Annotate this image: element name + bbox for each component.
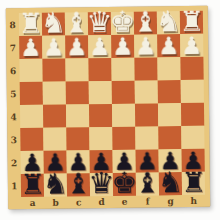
rank-label-3: 3 xyxy=(7,128,20,151)
square-c3[interactable] xyxy=(66,127,89,150)
square-c2[interactable]: ♟ xyxy=(67,150,90,173)
square-b6[interactable] xyxy=(42,59,65,82)
piece-white-bishop-f8: ♝ xyxy=(133,8,158,36)
square-d8[interactable]: ♛ xyxy=(88,12,111,35)
file-label-d: d xyxy=(90,196,113,208)
piece-black-pawn-e2: ♟ xyxy=(113,149,135,173)
square-h6[interactable] xyxy=(180,57,203,80)
square-d4[interactable] xyxy=(89,104,112,127)
square-e2[interactable]: ♟ xyxy=(113,150,136,173)
square-f1[interactable]: ♝ xyxy=(136,172,159,195)
file-label-a: a xyxy=(21,197,44,209)
square-g4[interactable] xyxy=(158,103,181,126)
square-a5[interactable] xyxy=(20,82,43,105)
piece-white-bishop-c8: ♝ xyxy=(64,9,89,37)
square-h8[interactable]: ♜ xyxy=(180,11,203,34)
square-f5[interactable] xyxy=(135,80,158,103)
square-b4[interactable] xyxy=(43,105,66,128)
square-d5[interactable] xyxy=(89,81,112,104)
piece-white-rook-h8: ♜ xyxy=(179,7,204,35)
file-label-e: e xyxy=(113,196,136,208)
square-e1[interactable]: ♚ xyxy=(113,173,136,196)
rank-label-6: 6 xyxy=(6,59,19,82)
square-h7[interactable]: ♟ xyxy=(180,34,203,57)
square-h3[interactable] xyxy=(181,126,204,149)
piece-black-knight-g1: ♞ xyxy=(157,168,183,197)
piece-black-bishop-c1: ♝ xyxy=(66,170,91,198)
square-c8[interactable]: ♝ xyxy=(65,12,88,35)
piece-black-rook-h1: ♜ xyxy=(181,168,206,196)
square-e8[interactable]: ♚ xyxy=(111,12,134,35)
piece-white-pawn-a7: ♟ xyxy=(20,35,42,59)
square-d1[interactable]: ♛ xyxy=(90,173,113,196)
rank-label-4: 4 xyxy=(7,105,20,128)
rank-label-7: 7 xyxy=(6,36,19,59)
chess-board: 8♜♞♝♛♚♝♞♜7♟♟♟♟♟♟♟♟65432♟♟♟♟♟♟♟♟1♜♞♝♛♚♝♞♜… xyxy=(6,6,210,209)
piece-black-pawn-g2: ♟ xyxy=(159,149,181,173)
square-e3[interactable] xyxy=(112,127,135,150)
square-f7[interactable]: ♟ xyxy=(134,34,157,57)
square-d7[interactable]: ♟ xyxy=(88,35,111,58)
square-g7[interactable]: ♟ xyxy=(157,34,180,57)
square-c1[interactable]: ♝ xyxy=(67,173,90,196)
square-c6[interactable] xyxy=(65,58,88,81)
square-d3[interactable] xyxy=(89,127,112,150)
square-h2[interactable]: ♟ xyxy=(182,149,205,172)
piece-black-queen-d1: ♛ xyxy=(88,169,114,198)
piece-white-pawn-b7: ♟ xyxy=(43,35,65,59)
board-photo: 8♜♞♝♛♚♝♞♜7♟♟♟♟♟♟♟♟65432♟♟♟♟♟♟♟♟1♜♞♝♛♚♝♞♜… xyxy=(6,6,210,209)
square-c7[interactable]: ♟ xyxy=(65,35,88,58)
piece-white-king-e8: ♚ xyxy=(109,8,135,37)
square-f8[interactable]: ♝ xyxy=(134,11,157,34)
piece-white-pawn-f7: ♟ xyxy=(135,34,157,58)
square-g8[interactable]: ♞ xyxy=(157,11,180,34)
piece-white-pawn-g7: ♟ xyxy=(158,34,180,58)
square-b1[interactable]: ♞ xyxy=(44,174,67,197)
piece-black-knight-b1: ♞ xyxy=(42,169,68,198)
square-b5[interactable] xyxy=(43,82,66,105)
rank-label-2: 2 xyxy=(8,151,21,174)
square-d2[interactable]: ♟ xyxy=(90,150,113,173)
square-e7[interactable]: ♟ xyxy=(111,35,134,58)
piece-white-knight-g8: ♞ xyxy=(155,7,181,36)
piece-white-pawn-d7: ♟ xyxy=(89,34,111,58)
square-g5[interactable] xyxy=(158,80,181,103)
square-a8[interactable]: ♜ xyxy=(19,13,42,36)
rank-label-1: 1 xyxy=(8,174,21,197)
square-a7[interactable]: ♟ xyxy=(19,36,42,59)
square-a6[interactable] xyxy=(19,59,42,82)
square-g2[interactable]: ♟ xyxy=(159,149,182,172)
square-e5[interactable] xyxy=(112,81,135,104)
square-g6[interactable] xyxy=(157,57,180,80)
square-c5[interactable] xyxy=(66,81,89,104)
file-label-b: b xyxy=(44,197,67,209)
piece-black-pawn-c2: ♟ xyxy=(67,150,89,174)
square-a4[interactable] xyxy=(20,105,43,128)
piece-black-pawn-a2: ♟ xyxy=(21,150,43,174)
piece-white-pawn-h7: ♟ xyxy=(181,33,203,57)
piece-black-bishop-f1: ♝ xyxy=(135,169,160,197)
square-f6[interactable] xyxy=(134,57,157,80)
square-b7[interactable]: ♟ xyxy=(42,36,65,59)
square-d6[interactable] xyxy=(88,58,111,81)
square-a3[interactable] xyxy=(20,128,43,151)
piece-black-pawn-b2: ♟ xyxy=(44,150,66,174)
piece-black-pawn-d2: ♟ xyxy=(90,149,112,173)
square-h5[interactable] xyxy=(181,80,204,103)
piece-black-pawn-f2: ♟ xyxy=(136,149,158,173)
file-label-c: c xyxy=(67,196,90,208)
piece-black-pawn-h2: ♟ xyxy=(182,148,204,172)
square-f4[interactable] xyxy=(135,103,158,126)
square-a1[interactable]: ♜ xyxy=(21,174,44,197)
square-f2[interactable]: ♟ xyxy=(136,149,159,172)
square-e6[interactable] xyxy=(111,58,134,81)
rank-label-8: 8 xyxy=(6,13,19,36)
square-c4[interactable] xyxy=(66,104,89,127)
piece-black-rook-a1: ♜ xyxy=(20,170,45,198)
piece-black-king-e1: ♚ xyxy=(111,169,137,198)
piece-white-queen-d8: ♛ xyxy=(86,8,112,37)
square-a2[interactable]: ♟ xyxy=(21,151,44,174)
square-b3[interactable] xyxy=(43,128,66,151)
square-g3[interactable] xyxy=(158,126,181,149)
file-label-g: g xyxy=(159,195,182,207)
square-g1[interactable]: ♞ xyxy=(159,172,182,195)
square-e4[interactable] xyxy=(112,104,135,127)
square-b2[interactable]: ♟ xyxy=(44,151,67,174)
piece-white-rook-a8: ♜ xyxy=(18,9,43,37)
file-label-h: h xyxy=(182,195,205,207)
square-h1[interactable]: ♜ xyxy=(182,172,205,195)
piece-white-pawn-e7: ♟ xyxy=(112,34,134,58)
piece-white-pawn-c7: ♟ xyxy=(66,35,88,59)
rank-label-5: 5 xyxy=(7,82,20,105)
corner-spacer xyxy=(8,197,21,209)
square-f3[interactable] xyxy=(135,126,158,149)
square-h4[interactable] xyxy=(181,103,204,126)
square-b8[interactable]: ♞ xyxy=(42,13,65,36)
piece-white-knight-b8: ♞ xyxy=(40,9,66,38)
file-label-f: f xyxy=(136,195,159,207)
